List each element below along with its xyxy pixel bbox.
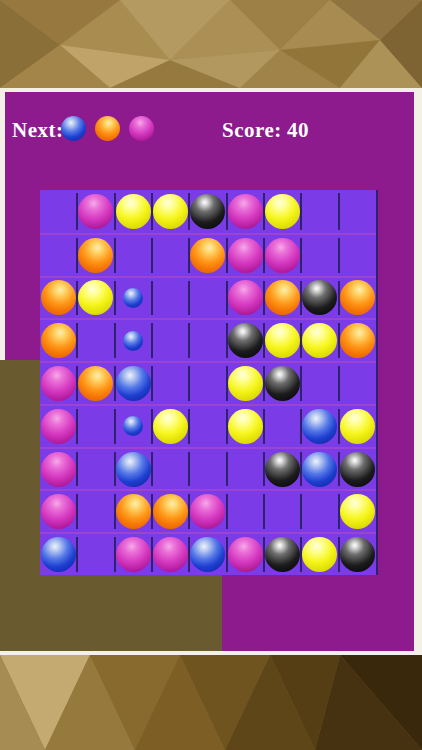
board-cell-r4c4[interactable]	[152, 318, 189, 361]
board-cell-r9c3[interactable]	[115, 532, 152, 575]
board-cell-r5c4[interactable]	[152, 361, 189, 404]
blue-ball-preview	[123, 331, 143, 351]
blue-ball-preview	[123, 288, 143, 308]
board-cell-r9c1[interactable]	[40, 532, 77, 575]
orange-ball-next	[95, 116, 120, 141]
board-cell-r6c6[interactable]	[227, 404, 264, 447]
board-cell-r4c2[interactable]	[77, 318, 114, 361]
board-cell-r4c1[interactable]	[40, 318, 77, 361]
blue-ball[interactable]	[116, 366, 151, 401]
blue-ball-next	[61, 116, 86, 141]
board-cell-r2c4[interactable]	[152, 233, 189, 276]
black-ball[interactable]	[265, 452, 300, 487]
next-label: Next:	[12, 118, 63, 143]
board-cell-r6c5[interactable]	[189, 404, 226, 447]
board-cell-r2c9[interactable]	[339, 233, 376, 276]
yellow-ball[interactable]	[116, 194, 151, 229]
board-cell-r5c2[interactable]	[77, 361, 114, 404]
black-ball[interactable]	[302, 280, 337, 315]
board-cell-r3c2[interactable]	[77, 276, 114, 319]
board-cell-r4c9[interactable]	[339, 318, 376, 361]
next-balls-tray	[61, 116, 154, 141]
board-cell-r8c4[interactable]	[152, 489, 189, 532]
yellow-ball[interactable]	[340, 494, 375, 529]
board-cell-r4c6[interactable]	[227, 318, 264, 361]
game-board[interactable]	[40, 190, 378, 575]
board-cell-r1c5[interactable]	[189, 190, 226, 233]
orange-ball[interactable]	[265, 280, 300, 315]
yellow-ball[interactable]	[302, 323, 337, 358]
board-cell-r1c6[interactable]	[227, 190, 264, 233]
orange-ball[interactable]	[41, 323, 76, 358]
board-cell-r3c1[interactable]	[40, 276, 77, 319]
orange-ball[interactable]	[41, 280, 76, 315]
board-cell-r7c3[interactable]	[115, 447, 152, 490]
board-cell-r5c5[interactable]	[189, 361, 226, 404]
magenta-ball[interactable]	[228, 238, 263, 273]
board-cell-r6c9[interactable]	[339, 404, 376, 447]
board-cell-r6c4[interactable]	[152, 404, 189, 447]
board-cell-r7c2[interactable]	[77, 447, 114, 490]
board-cell-r7c1[interactable]	[40, 447, 77, 490]
blue-ball[interactable]	[302, 409, 337, 444]
magenta-ball-next	[129, 116, 154, 141]
black-ball[interactable]	[265, 366, 300, 401]
board-cell-r2c5[interactable]	[189, 233, 226, 276]
yellow-ball[interactable]	[340, 409, 375, 444]
blue-ball[interactable]	[116, 452, 151, 487]
orange-ball[interactable]	[190, 238, 225, 273]
board-cell-r5c3[interactable]	[115, 361, 152, 404]
board-cell-r9c8[interactable]	[301, 532, 338, 575]
board-cell-r9c2[interactable]	[77, 532, 114, 575]
board-cell-r4c5[interactable]	[189, 318, 226, 361]
board-cell-r8c7[interactable]	[264, 489, 301, 532]
yellow-ball[interactable]	[78, 280, 113, 315]
orange-ball[interactable]	[340, 323, 375, 358]
magenta-ball[interactable]	[228, 194, 263, 229]
board-cell-r4c8[interactable]	[301, 318, 338, 361]
yellow-ball[interactable]	[228, 409, 263, 444]
magenta-ball[interactable]	[153, 537, 188, 572]
board-cell-r5c1[interactable]	[40, 361, 77, 404]
board-cell-r9c7[interactable]	[264, 532, 301, 575]
board-cell-r1c4[interactable]	[152, 190, 189, 233]
board-cell-r3c5[interactable]	[189, 276, 226, 319]
board-cell-r8c9[interactable]	[339, 489, 376, 532]
board-cell-r4c7[interactable]	[264, 318, 301, 361]
board-cell-r7c4[interactable]	[152, 447, 189, 490]
magenta-ball[interactable]	[41, 494, 76, 529]
board-cell-r9c5[interactable]	[189, 532, 226, 575]
board-cell-r2c6[interactable]	[227, 233, 264, 276]
magenta-ball[interactable]	[41, 409, 76, 444]
board-cell-r7c7[interactable]	[264, 447, 301, 490]
orange-ball[interactable]	[116, 494, 151, 529]
board-cell-r8c3[interactable]	[115, 489, 152, 532]
board-cell-r6c1[interactable]	[40, 404, 77, 447]
yellow-ball[interactable]	[153, 409, 188, 444]
board-cell-r8c8[interactable]	[301, 489, 338, 532]
board-cell-r5c9[interactable]	[339, 361, 376, 404]
blue-ball[interactable]	[41, 537, 76, 572]
board-cell-r8c5[interactable]	[189, 489, 226, 532]
score-label: Score:	[222, 118, 282, 143]
yellow-ball[interactable]	[265, 194, 300, 229]
board-cell-r9c4[interactable]	[152, 532, 189, 575]
magenta-ball[interactable]	[78, 194, 113, 229]
magenta-ball[interactable]	[265, 238, 300, 273]
yellow-ball[interactable]	[265, 323, 300, 358]
orange-ball[interactable]	[78, 238, 113, 273]
magenta-ball[interactable]	[190, 494, 225, 529]
blue-ball[interactable]	[302, 452, 337, 487]
black-ball[interactable]	[265, 537, 300, 572]
board-cell-r1c1[interactable]	[40, 190, 77, 233]
background-texture-bottom	[0, 655, 422, 750]
board-cell-r1c8[interactable]	[301, 190, 338, 233]
board-cell-r6c7[interactable]	[264, 404, 301, 447]
board-cell-r7c5[interactable]	[189, 447, 226, 490]
board-cell-r2c8[interactable]	[301, 233, 338, 276]
board-cell-r3c8[interactable]	[301, 276, 338, 319]
board-cell-r2c3[interactable]	[115, 233, 152, 276]
board-cell-r3c9[interactable]	[339, 276, 376, 319]
score-value: 40	[287, 118, 309, 143]
board-cell-r8c2[interactable]	[77, 489, 114, 532]
board-cell-r6c8[interactable]	[301, 404, 338, 447]
board-cell-r5c6[interactable]	[227, 361, 264, 404]
board-cell-r3c6[interactable]	[227, 276, 264, 319]
board-cell-r4c3[interactable]	[115, 318, 152, 361]
board-cell-r6c2[interactable]	[77, 404, 114, 447]
orange-ball[interactable]	[78, 366, 113, 401]
board-cell-r8c1[interactable]	[40, 489, 77, 532]
background-texture-top	[0, 0, 422, 88]
board-cell-r3c7[interactable]	[264, 276, 301, 319]
board-cell-r9c6[interactable]	[227, 532, 264, 575]
blue-ball-preview	[123, 416, 143, 436]
board-cell-r6c3[interactable]	[115, 404, 152, 447]
board-cell-r7c9[interactable]	[339, 447, 376, 490]
board-cell-r9c9[interactable]	[339, 532, 376, 575]
magenta-ball[interactable]	[228, 280, 263, 315]
board-cell-r3c3[interactable]	[115, 276, 152, 319]
magenta-ball[interactable]	[228, 537, 263, 572]
board-cell-r5c8[interactable]	[301, 361, 338, 404]
board-cell-r2c1[interactable]	[40, 233, 77, 276]
orange-ball[interactable]	[153, 494, 188, 529]
magenta-ball[interactable]	[41, 452, 76, 487]
magenta-ball[interactable]	[116, 537, 151, 572]
board-cell-r7c6[interactable]	[227, 447, 264, 490]
black-ball[interactable]	[228, 323, 263, 358]
board-cell-r2c2[interactable]	[77, 233, 114, 276]
board-cell-r1c7[interactable]	[264, 190, 301, 233]
board-cell-r8c6[interactable]	[227, 489, 264, 532]
orange-ball[interactable]	[340, 280, 375, 315]
board-cell-r5c7[interactable]	[264, 361, 301, 404]
board-cell-r1c3[interactable]	[115, 190, 152, 233]
black-ball[interactable]	[190, 194, 225, 229]
yellow-ball[interactable]	[153, 194, 188, 229]
yellow-ball[interactable]	[302, 537, 337, 572]
blue-ball[interactable]	[190, 537, 225, 572]
app-screen: Next: Score: 40	[0, 0, 422, 750]
board-cell-r3c4[interactable]	[152, 276, 189, 319]
magenta-ball[interactable]	[41, 366, 76, 401]
board-cell-r1c2[interactable]	[77, 190, 114, 233]
board-cell-r7c8[interactable]	[301, 447, 338, 490]
black-ball[interactable]	[340, 537, 375, 572]
yellow-ball[interactable]	[228, 366, 263, 401]
board-cell-r2c7[interactable]	[264, 233, 301, 276]
black-ball[interactable]	[340, 452, 375, 487]
board-cell-r1c9[interactable]	[339, 190, 376, 233]
